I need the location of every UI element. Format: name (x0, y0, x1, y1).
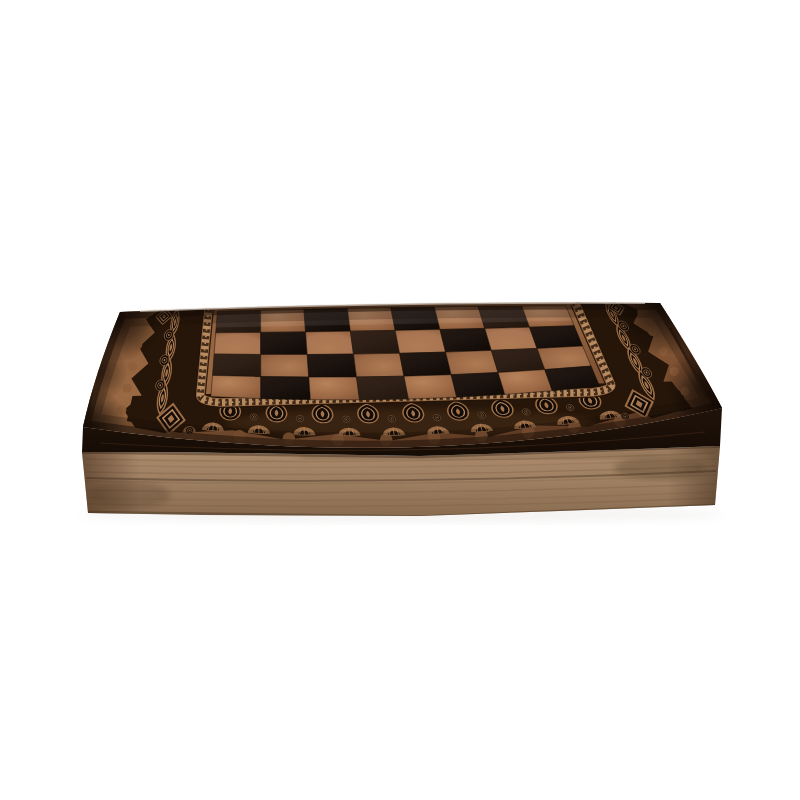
product-photo-chess-box (0, 0, 800, 800)
board-square (545, 366, 600, 391)
board-square (214, 332, 261, 354)
board-square (354, 353, 405, 377)
board-square (261, 377, 311, 400)
board-square (485, 327, 537, 350)
board-square (261, 332, 308, 355)
board-square (400, 352, 452, 376)
board-square (307, 354, 356, 377)
board-square (395, 330, 445, 354)
board-square (306, 331, 354, 354)
board-square (537, 346, 591, 370)
board-square (211, 375, 261, 398)
board-square (404, 375, 457, 399)
board-square (446, 350, 499, 374)
board-square (440, 328, 491, 352)
board-square (498, 370, 552, 395)
board-square (530, 326, 583, 349)
board-square (309, 377, 360, 400)
chess-box-scene (0, 0, 800, 800)
board-square (261, 355, 309, 378)
board-square (451, 373, 505, 398)
